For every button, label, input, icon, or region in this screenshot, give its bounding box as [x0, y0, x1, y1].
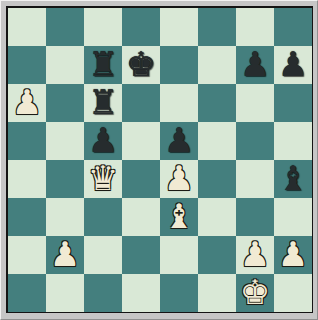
piece-white-pawn-icon[interactable]: ♟: [164, 159, 194, 197]
square-f3[interactable]: [198, 198, 236, 236]
square-c7[interactable]: ♜: [84, 46, 122, 84]
piece-black-rook-icon[interactable]: ♜: [88, 83, 118, 121]
square-a8[interactable]: [8, 8, 46, 46]
square-d4[interactable]: [122, 160, 160, 198]
piece-white-pawn-icon[interactable]: ♟: [50, 235, 80, 273]
square-h4[interactable]: ♝: [274, 160, 312, 198]
square-h1[interactable]: [274, 274, 312, 312]
square-b6[interactable]: [46, 84, 84, 122]
square-b1[interactable]: [46, 274, 84, 312]
square-f6[interactable]: [198, 84, 236, 122]
square-f7[interactable]: [198, 46, 236, 84]
square-f4[interactable]: [198, 160, 236, 198]
piece-white-pawn-icon[interactable]: ♟: [12, 83, 42, 121]
square-a4[interactable]: [8, 160, 46, 198]
square-b8[interactable]: [46, 8, 84, 46]
square-b5[interactable]: [46, 122, 84, 160]
piece-white-king-icon[interactable]: ♚: [240, 273, 270, 311]
square-h8[interactable]: [274, 8, 312, 46]
piece-black-king-icon[interactable]: ♚: [126, 45, 156, 83]
square-g3[interactable]: [236, 198, 274, 236]
piece-white-bishop-icon[interactable]: ♝: [164, 197, 194, 235]
square-d3[interactable]: [122, 198, 160, 236]
square-e6[interactable]: [160, 84, 198, 122]
square-e2[interactable]: [160, 236, 198, 274]
square-d6[interactable]: [122, 84, 160, 122]
piece-white-pawn-icon[interactable]: ♟: [240, 235, 270, 273]
square-f2[interactable]: [198, 236, 236, 274]
square-g7[interactable]: ♟: [236, 46, 274, 84]
square-e3[interactable]: ♝: [160, 198, 198, 236]
square-b4[interactable]: [46, 160, 84, 198]
square-g6[interactable]: [236, 84, 274, 122]
square-f5[interactable]: [198, 122, 236, 160]
square-g4[interactable]: [236, 160, 274, 198]
square-d7[interactable]: ♚: [122, 46, 160, 84]
square-c2[interactable]: [84, 236, 122, 274]
square-g2[interactable]: ♟: [236, 236, 274, 274]
square-d2[interactable]: [122, 236, 160, 274]
square-c3[interactable]: [84, 198, 122, 236]
square-e5[interactable]: ♟: [160, 122, 198, 160]
square-h3[interactable]: [274, 198, 312, 236]
square-a5[interactable]: [8, 122, 46, 160]
piece-white-pawn-icon[interactable]: ♟: [278, 235, 308, 273]
square-a3[interactable]: [8, 198, 46, 236]
square-d5[interactable]: [122, 122, 160, 160]
window-frame: ♜♚♟♟♟♜♟♟♛♟♝♝♟♟♟♚: [0, 0, 318, 320]
piece-black-rook-icon[interactable]: ♜: [88, 45, 118, 83]
piece-black-pawn-icon[interactable]: ♟: [88, 121, 118, 159]
square-c8[interactable]: [84, 8, 122, 46]
piece-black-pawn-icon[interactable]: ♟: [164, 121, 194, 159]
square-a6[interactable]: ♟: [8, 84, 46, 122]
chess-board: ♜♚♟♟♟♜♟♟♛♟♝♝♟♟♟♚: [6, 6, 313, 313]
square-b2[interactable]: ♟: [46, 236, 84, 274]
square-e1[interactable]: [160, 274, 198, 312]
piece-black-bishop-icon[interactable]: ♝: [278, 159, 308, 197]
square-a2[interactable]: [8, 236, 46, 274]
piece-black-pawn-icon[interactable]: ♟: [240, 45, 270, 83]
square-h2[interactable]: ♟: [274, 236, 312, 274]
square-a7[interactable]: [8, 46, 46, 84]
square-a1[interactable]: [8, 274, 46, 312]
square-g1[interactable]: ♚: [236, 274, 274, 312]
square-h5[interactable]: [274, 122, 312, 160]
square-f8[interactable]: [198, 8, 236, 46]
square-e8[interactable]: [160, 8, 198, 46]
square-b7[interactable]: [46, 46, 84, 84]
square-g8[interactable]: [236, 8, 274, 46]
square-c5[interactable]: ♟: [84, 122, 122, 160]
square-e7[interactable]: [160, 46, 198, 84]
piece-white-queen-icon[interactable]: ♛: [88, 159, 118, 197]
square-d8[interactable]: [122, 8, 160, 46]
square-d1[interactable]: [122, 274, 160, 312]
square-c4[interactable]: ♛: [84, 160, 122, 198]
square-h6[interactable]: [274, 84, 312, 122]
square-c6[interactable]: ♜: [84, 84, 122, 122]
square-h7[interactable]: ♟: [274, 46, 312, 84]
piece-black-pawn-icon[interactable]: ♟: [278, 45, 308, 83]
square-e4[interactable]: ♟: [160, 160, 198, 198]
square-b3[interactable]: [46, 198, 84, 236]
square-f1[interactable]: [198, 274, 236, 312]
square-c1[interactable]: [84, 274, 122, 312]
square-g5[interactable]: [236, 122, 274, 160]
